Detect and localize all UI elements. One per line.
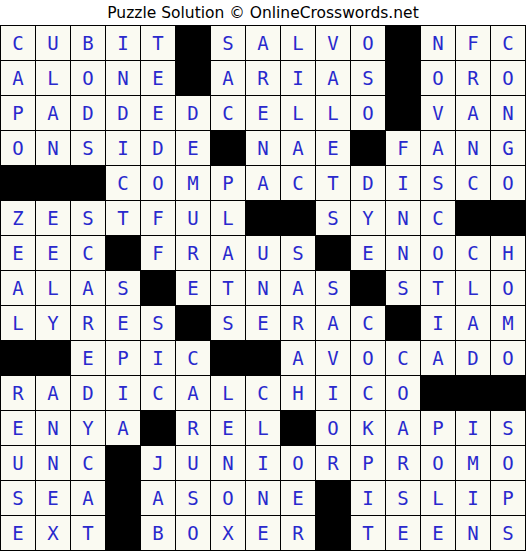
letter-cell-r13c8: I bbox=[246, 446, 280, 480]
letter-cell-r14c6: S bbox=[176, 481, 210, 515]
letter-cell-r1c1: C bbox=[1, 26, 35, 60]
letter-cell-r3c5: E bbox=[141, 96, 175, 130]
black-cell-r11c13 bbox=[421, 376, 455, 410]
black-cell-r2c12 bbox=[386, 61, 420, 95]
black-cell-r14c10 bbox=[316, 481, 350, 515]
letter-cell-r5c8: A bbox=[246, 166, 280, 200]
black-cell-r15c10 bbox=[316, 516, 350, 550]
letter-cell-r4c6: E bbox=[176, 131, 210, 165]
letter-cell-r6c3: S bbox=[71, 201, 105, 235]
letter-cell-r5c10: T bbox=[316, 166, 350, 200]
letter-cell-r4c12: F bbox=[386, 131, 420, 165]
letter-cell-r9c10: A bbox=[316, 306, 350, 340]
puzzle-solution-page: Puzzle Solution © OnlineCrosswords.net C… bbox=[0, 0, 526, 551]
letter-cell-r8c4: S bbox=[106, 271, 140, 305]
letter-cell-r7c1: E bbox=[1, 236, 35, 270]
letter-cell-r8c12: S bbox=[386, 271, 420, 305]
black-cell-r10c7 bbox=[211, 341, 245, 375]
letter-cell-r1c8: A bbox=[246, 26, 280, 60]
black-cell-r11c14 bbox=[456, 376, 490, 410]
black-cell-r1c6 bbox=[176, 26, 210, 60]
letter-cell-r5c7: P bbox=[211, 166, 245, 200]
black-cell-r10c8 bbox=[246, 341, 280, 375]
black-cell-r6c9 bbox=[281, 201, 315, 235]
letter-cell-r13c2: N bbox=[36, 446, 70, 480]
black-cell-r4c11 bbox=[351, 131, 385, 165]
letter-cell-r4c14: N bbox=[456, 131, 490, 165]
letter-cell-r12c1: E bbox=[1, 411, 35, 445]
letter-cell-r6c11: Y bbox=[351, 201, 385, 235]
letter-cell-r7c8: U bbox=[246, 236, 280, 270]
letter-cell-r13c10: R bbox=[316, 446, 350, 480]
letter-cell-r10c5: I bbox=[141, 341, 175, 375]
letter-cell-r3c10: L bbox=[316, 96, 350, 130]
letter-cell-r1c10: V bbox=[316, 26, 350, 60]
black-cell-r6c14 bbox=[456, 201, 490, 235]
letter-cell-r10c13: A bbox=[421, 341, 455, 375]
letter-cell-r12c14: I bbox=[456, 411, 490, 445]
letter-cell-r13c14: M bbox=[456, 446, 490, 480]
letter-cell-r1c14: F bbox=[456, 26, 490, 60]
letter-cell-r12c6: R bbox=[176, 411, 210, 445]
letter-cell-r12c4: A bbox=[106, 411, 140, 445]
black-cell-r8c11 bbox=[351, 271, 385, 305]
letter-cell-r12c10: O bbox=[316, 411, 350, 445]
letter-cell-r2c2: L bbox=[36, 61, 70, 95]
letter-cell-r8c6: E bbox=[176, 271, 210, 305]
letter-cell-r15c12: E bbox=[386, 516, 420, 550]
letter-cell-r6c1: Z bbox=[1, 201, 35, 235]
letter-cell-r14c2: E bbox=[36, 481, 70, 515]
letter-cell-r11c3: D bbox=[71, 376, 105, 410]
letter-cell-r13c3: C bbox=[71, 446, 105, 480]
letter-cell-r8c9: A bbox=[281, 271, 315, 305]
letter-cell-r3c11: O bbox=[351, 96, 385, 130]
letter-cell-r6c5: F bbox=[141, 201, 175, 235]
black-cell-r14c4 bbox=[106, 481, 140, 515]
letter-cell-r15c6: O bbox=[176, 516, 210, 550]
letter-cell-r10c6: C bbox=[176, 341, 210, 375]
black-cell-r1c12 bbox=[386, 26, 420, 60]
letter-cell-r12c12: A bbox=[386, 411, 420, 445]
letter-cell-r4c2: N bbox=[36, 131, 70, 165]
letter-cell-r7c12: N bbox=[386, 236, 420, 270]
letter-cell-r11c9: H bbox=[281, 376, 315, 410]
letter-cell-r2c5: E bbox=[141, 61, 175, 95]
letter-cell-r8c3: A bbox=[71, 271, 105, 305]
black-cell-r12c9 bbox=[281, 411, 315, 445]
black-cell-r6c15 bbox=[491, 201, 525, 235]
letter-cell-r1c5: T bbox=[141, 26, 175, 60]
letter-cell-r15c11: T bbox=[351, 516, 385, 550]
letter-cell-r9c11: C bbox=[351, 306, 385, 340]
letter-cell-r9c3: R bbox=[71, 306, 105, 340]
letter-cell-r13c13: O bbox=[421, 446, 455, 480]
letter-cell-r9c13: I bbox=[421, 306, 455, 340]
letter-cell-r10c3: E bbox=[71, 341, 105, 375]
letter-cell-r5c13: S bbox=[421, 166, 455, 200]
letter-cell-r5c12: I bbox=[386, 166, 420, 200]
letter-cell-r14c5: A bbox=[141, 481, 175, 515]
letter-cell-r5c5: O bbox=[141, 166, 175, 200]
letter-cell-r12c3: Y bbox=[71, 411, 105, 445]
letter-cell-r14c8: N bbox=[246, 481, 280, 515]
black-cell-r10c1 bbox=[1, 341, 35, 375]
letter-cell-r5c9: C bbox=[281, 166, 315, 200]
black-cell-r5c2 bbox=[36, 166, 70, 200]
letter-cell-r1c3: B bbox=[71, 26, 105, 60]
letter-cell-r4c4: I bbox=[106, 131, 140, 165]
letter-cell-r3c7: C bbox=[211, 96, 245, 130]
letter-cell-r7c9: S bbox=[281, 236, 315, 270]
letter-cell-r8c10: S bbox=[316, 271, 350, 305]
letter-cell-r2c13: O bbox=[421, 61, 455, 95]
black-cell-r13c4 bbox=[106, 446, 140, 480]
letter-cell-r1c13: N bbox=[421, 26, 455, 60]
letter-cell-r6c6: U bbox=[176, 201, 210, 235]
letter-cell-r15c8: E bbox=[246, 516, 280, 550]
letter-cell-r8c14: L bbox=[456, 271, 490, 305]
letter-cell-r3c15: N bbox=[491, 96, 525, 130]
letter-cell-r7c3: C bbox=[71, 236, 105, 270]
letter-cell-r6c4: T bbox=[106, 201, 140, 235]
letter-cell-r12c8: L bbox=[246, 411, 280, 445]
letter-cell-r3c14: A bbox=[456, 96, 490, 130]
letter-cell-r7c13: O bbox=[421, 236, 455, 270]
letter-cell-r2c9: I bbox=[281, 61, 315, 95]
letter-cell-r2c15: O bbox=[491, 61, 525, 95]
letter-cell-r3c1: P bbox=[1, 96, 35, 130]
letter-cell-r10c10: V bbox=[316, 341, 350, 375]
page-title: Puzzle Solution © OnlineCrosswords.net bbox=[0, 0, 526, 25]
letter-cell-r7c7: A bbox=[211, 236, 245, 270]
black-cell-r8c5 bbox=[141, 271, 175, 305]
black-cell-r3c12 bbox=[386, 96, 420, 130]
letter-cell-r7c14: C bbox=[456, 236, 490, 270]
letter-cell-r13c7: N bbox=[211, 446, 245, 480]
letter-cell-r4c3: S bbox=[71, 131, 105, 165]
letter-cell-r14c9: E bbox=[281, 481, 315, 515]
letter-cell-r7c5: F bbox=[141, 236, 175, 270]
letter-cell-r10c15: O bbox=[491, 341, 525, 375]
letter-cell-r15c3: T bbox=[71, 516, 105, 550]
letter-cell-r11c1: R bbox=[1, 376, 35, 410]
letter-cell-r5c6: M bbox=[176, 166, 210, 200]
letter-cell-r11c5: C bbox=[141, 376, 175, 410]
black-cell-r15c4 bbox=[106, 516, 140, 550]
letter-cell-r12c11: K bbox=[351, 411, 385, 445]
letter-cell-r9c14: A bbox=[456, 306, 490, 340]
letter-cell-r3c6: D bbox=[176, 96, 210, 130]
letter-cell-r12c2: N bbox=[36, 411, 70, 445]
letter-cell-r15c9: R bbox=[281, 516, 315, 550]
letter-cell-r9c1: L bbox=[1, 306, 35, 340]
letter-cell-r12c7: E bbox=[211, 411, 245, 445]
letter-cell-r1c2: U bbox=[36, 26, 70, 60]
letter-cell-r15c1: E bbox=[1, 516, 35, 550]
letter-cell-r13c1: U bbox=[1, 446, 35, 480]
letter-cell-r10c11: O bbox=[351, 341, 385, 375]
letter-cell-r13c6: U bbox=[176, 446, 210, 480]
black-cell-r9c6 bbox=[176, 306, 210, 340]
letter-cell-r4c13: A bbox=[421, 131, 455, 165]
letter-cell-r7c2: E bbox=[36, 236, 70, 270]
letter-cell-r6c12: N bbox=[386, 201, 420, 235]
letter-cell-r10c14: D bbox=[456, 341, 490, 375]
letter-cell-r2c8: R bbox=[246, 61, 280, 95]
black-cell-r7c4 bbox=[106, 236, 140, 270]
letter-cell-r2c4: N bbox=[106, 61, 140, 95]
letter-cell-r1c15: C bbox=[491, 26, 525, 60]
letter-cell-r14c1: S bbox=[1, 481, 35, 515]
letter-cell-r3c2: A bbox=[36, 96, 70, 130]
letter-cell-r8c7: T bbox=[211, 271, 245, 305]
black-cell-r5c3 bbox=[71, 166, 105, 200]
letter-cell-r6c2: E bbox=[36, 201, 70, 235]
letter-cell-r11c8: C bbox=[246, 376, 280, 410]
black-cell-r4c7 bbox=[211, 131, 245, 165]
letter-cell-r11c2: A bbox=[36, 376, 70, 410]
letter-cell-r1c9: L bbox=[281, 26, 315, 60]
letter-cell-r2c14: R bbox=[456, 61, 490, 95]
letter-cell-r4c15: G bbox=[491, 131, 525, 165]
letter-cell-r3c8: E bbox=[246, 96, 280, 130]
letter-cell-r14c11: I bbox=[351, 481, 385, 515]
letter-cell-r5c4: C bbox=[106, 166, 140, 200]
letter-cell-r8c2: L bbox=[36, 271, 70, 305]
letter-cell-r11c12: O bbox=[386, 376, 420, 410]
letter-cell-r15c5: B bbox=[141, 516, 175, 550]
letter-cell-r10c4: P bbox=[106, 341, 140, 375]
letter-cell-r3c9: L bbox=[281, 96, 315, 130]
letter-cell-r3c4: D bbox=[106, 96, 140, 130]
letter-cell-r11c4: I bbox=[106, 376, 140, 410]
letter-cell-r9c15: M bbox=[491, 306, 525, 340]
black-cell-r6c8 bbox=[246, 201, 280, 235]
letter-cell-r2c3: O bbox=[71, 61, 105, 95]
letter-cell-r13c11: P bbox=[351, 446, 385, 480]
letter-cell-r3c13: V bbox=[421, 96, 455, 130]
letter-cell-r9c7: S bbox=[211, 306, 245, 340]
letter-cell-r14c3: A bbox=[71, 481, 105, 515]
letter-cell-r4c9: A bbox=[281, 131, 315, 165]
letter-cell-r7c6: R bbox=[176, 236, 210, 270]
letter-cell-r1c4: I bbox=[106, 26, 140, 60]
letter-cell-r6c7: L bbox=[211, 201, 245, 235]
letter-cell-r13c15: O bbox=[491, 446, 525, 480]
letter-cell-r11c6: A bbox=[176, 376, 210, 410]
letter-cell-r15c2: X bbox=[36, 516, 70, 550]
letter-cell-r1c11: O bbox=[351, 26, 385, 60]
letter-cell-r9c8: E bbox=[246, 306, 280, 340]
letter-cell-r8c1: A bbox=[1, 271, 35, 305]
letter-cell-r2c7: A bbox=[211, 61, 245, 95]
letter-cell-r11c10: I bbox=[316, 376, 350, 410]
black-cell-r11c15 bbox=[491, 376, 525, 410]
letter-cell-r9c9: R bbox=[281, 306, 315, 340]
letter-cell-r5c11: D bbox=[351, 166, 385, 200]
letter-cell-r2c10: A bbox=[316, 61, 350, 95]
letter-cell-r2c11: S bbox=[351, 61, 385, 95]
letter-cell-r14c12: S bbox=[386, 481, 420, 515]
letter-cell-r2c1: A bbox=[1, 61, 35, 95]
letter-cell-r5c15: O bbox=[491, 166, 525, 200]
letter-cell-r9c5: S bbox=[141, 306, 175, 340]
letter-cell-r6c10: S bbox=[316, 201, 350, 235]
letter-cell-r9c2: Y bbox=[36, 306, 70, 340]
letter-cell-r4c8: N bbox=[246, 131, 280, 165]
letter-cell-r15c15: S bbox=[491, 516, 525, 550]
black-cell-r5c1 bbox=[1, 166, 35, 200]
letter-cell-r15c14: N bbox=[456, 516, 490, 550]
letter-cell-r1c7: S bbox=[211, 26, 245, 60]
letter-cell-r10c9: A bbox=[281, 341, 315, 375]
letter-cell-r8c13: T bbox=[421, 271, 455, 305]
letter-cell-r12c13: P bbox=[421, 411, 455, 445]
letter-cell-r6c13: C bbox=[421, 201, 455, 235]
black-cell-r7c10 bbox=[316, 236, 350, 270]
letter-cell-r13c5: J bbox=[141, 446, 175, 480]
letter-cell-r15c13: E bbox=[421, 516, 455, 550]
letter-cell-r14c15: P bbox=[491, 481, 525, 515]
letter-cell-r14c7: O bbox=[211, 481, 245, 515]
letter-cell-r14c14: I bbox=[456, 481, 490, 515]
letter-cell-r4c5: D bbox=[141, 131, 175, 165]
letter-cell-r8c15: O bbox=[491, 271, 525, 305]
black-cell-r9c12 bbox=[386, 306, 420, 340]
letter-cell-r5c14: C bbox=[456, 166, 490, 200]
black-cell-r2c6 bbox=[176, 61, 210, 95]
letter-cell-r3c3: D bbox=[71, 96, 105, 130]
letter-cell-r15c7: X bbox=[211, 516, 245, 550]
letter-cell-r7c15: H bbox=[491, 236, 525, 270]
letter-cell-r11c7: L bbox=[211, 376, 245, 410]
letter-cell-r4c10: E bbox=[316, 131, 350, 165]
letter-cell-r13c9: O bbox=[281, 446, 315, 480]
letter-cell-r11c11: C bbox=[351, 376, 385, 410]
letter-cell-r4c1: O bbox=[1, 131, 35, 165]
letter-cell-r9c4: E bbox=[106, 306, 140, 340]
letter-cell-r8c8: N bbox=[246, 271, 280, 305]
letter-cell-r13c12: R bbox=[386, 446, 420, 480]
crossword-grid: CUBITSALVONFCALONEARIASOROPADDEDCELLOVAN… bbox=[0, 25, 526, 551]
letter-cell-r10c12: C bbox=[386, 341, 420, 375]
black-cell-r10c2 bbox=[36, 341, 70, 375]
letter-cell-r14c13: L bbox=[421, 481, 455, 515]
black-cell-r12c5 bbox=[141, 411, 175, 445]
letter-cell-r12c15: S bbox=[491, 411, 525, 445]
letter-cell-r7c11: E bbox=[351, 236, 385, 270]
